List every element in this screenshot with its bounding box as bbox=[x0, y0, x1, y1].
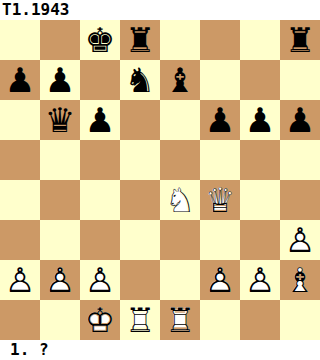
piece-white-pawn: ♙ bbox=[280, 220, 320, 260]
piece-black-knight: ♞ bbox=[120, 60, 160, 100]
square-d3[interactable] bbox=[120, 220, 160, 260]
square-h6[interactable]: ♟ bbox=[280, 100, 320, 140]
piece-white-pawn: ♙ bbox=[80, 260, 120, 300]
square-e5[interactable] bbox=[160, 140, 200, 180]
square-a1[interactable] bbox=[0, 300, 40, 340]
square-h2[interactable]: ♝♗ bbox=[280, 260, 320, 300]
square-c8[interactable]: ♚ bbox=[80, 20, 120, 60]
square-c1[interactable]: ♚♔ bbox=[80, 300, 120, 340]
square-h8[interactable]: ♜ bbox=[280, 20, 320, 60]
square-c4[interactable] bbox=[80, 180, 120, 220]
square-a4[interactable] bbox=[0, 180, 40, 220]
piece-black-rook: ♜ bbox=[120, 20, 160, 60]
square-g1[interactable] bbox=[240, 300, 280, 340]
square-c7[interactable] bbox=[80, 60, 120, 100]
square-h1[interactable] bbox=[280, 300, 320, 340]
square-d2[interactable] bbox=[120, 260, 160, 300]
square-e7[interactable]: ♝ bbox=[160, 60, 200, 100]
square-a6[interactable] bbox=[0, 100, 40, 140]
piece-white-pawn: ♙ bbox=[240, 260, 280, 300]
piece-white-queen: ♕ bbox=[200, 180, 240, 220]
square-e1[interactable]: ♜♖ bbox=[160, 300, 200, 340]
square-c2[interactable]: ♟♙ bbox=[80, 260, 120, 300]
piece-black-pawn: ♟ bbox=[240, 100, 280, 140]
square-c3[interactable] bbox=[80, 220, 120, 260]
piece-black-queen: ♛ bbox=[40, 100, 80, 140]
square-f1[interactable] bbox=[200, 300, 240, 340]
square-e2[interactable] bbox=[160, 260, 200, 300]
square-a3[interactable] bbox=[0, 220, 40, 260]
piece-black-pawn: ♟ bbox=[80, 100, 120, 140]
piece-black-pawn: ♟ bbox=[40, 60, 80, 100]
square-f4[interactable]: ♛♕ bbox=[200, 180, 240, 220]
square-e4[interactable]: ♞♘ bbox=[160, 180, 200, 220]
piece-black-pawn: ♟ bbox=[0, 60, 40, 100]
square-h4[interactable] bbox=[280, 180, 320, 220]
square-b8[interactable] bbox=[40, 20, 80, 60]
diagram-title: T1.1943 bbox=[0, 0, 320, 20]
square-g4[interactable] bbox=[240, 180, 280, 220]
square-g7[interactable] bbox=[240, 60, 280, 100]
piece-white-pawn: ♙ bbox=[40, 260, 80, 300]
chess-board: ♚♜♜♟♟♞♝♛♟♟♟♟♞♘♛♕♟♙♟♙♟♙♟♙♟♙♟♙♝♗♚♔♜♖♜♖ bbox=[0, 20, 320, 340]
square-c5[interactable] bbox=[80, 140, 120, 180]
square-g3[interactable] bbox=[240, 220, 280, 260]
piece-white-bishop: ♗ bbox=[280, 260, 320, 300]
square-a8[interactable] bbox=[0, 20, 40, 60]
square-d5[interactable] bbox=[120, 140, 160, 180]
piece-black-bishop: ♝ bbox=[160, 60, 200, 100]
square-a7[interactable]: ♟ bbox=[0, 60, 40, 100]
square-h7[interactable] bbox=[280, 60, 320, 100]
square-a5[interactable] bbox=[0, 140, 40, 180]
square-c6[interactable]: ♟ bbox=[80, 100, 120, 140]
square-f7[interactable] bbox=[200, 60, 240, 100]
square-f2[interactable]: ♟♙ bbox=[200, 260, 240, 300]
square-d7[interactable]: ♞ bbox=[120, 60, 160, 100]
square-b3[interactable] bbox=[40, 220, 80, 260]
square-b2[interactable]: ♟♙ bbox=[40, 260, 80, 300]
piece-white-king: ♔ bbox=[80, 300, 120, 340]
square-b4[interactable] bbox=[40, 180, 80, 220]
square-f8[interactable] bbox=[200, 20, 240, 60]
chess-diagram: T1.1943 ♚♜♜♟♟♞♝♛♟♟♟♟♞♘♛♕♟♙♟♙♟♙♟♙♟♙♟♙♝♗♚♔… bbox=[0, 0, 320, 360]
piece-white-pawn: ♙ bbox=[0, 260, 40, 300]
square-d6[interactable] bbox=[120, 100, 160, 140]
square-d4[interactable] bbox=[120, 180, 160, 220]
square-e6[interactable] bbox=[160, 100, 200, 140]
piece-black-pawn: ♟ bbox=[280, 100, 320, 140]
square-h5[interactable] bbox=[280, 140, 320, 180]
square-h3[interactable]: ♟♙ bbox=[280, 220, 320, 260]
piece-black-rook: ♜ bbox=[280, 20, 320, 60]
square-b6[interactable]: ♛ bbox=[40, 100, 80, 140]
piece-white-knight: ♘ bbox=[160, 180, 200, 220]
square-b7[interactable]: ♟ bbox=[40, 60, 80, 100]
square-f3[interactable] bbox=[200, 220, 240, 260]
square-d1[interactable]: ♜♖ bbox=[120, 300, 160, 340]
square-f6[interactable]: ♟ bbox=[200, 100, 240, 140]
square-e3[interactable] bbox=[160, 220, 200, 260]
square-g5[interactable] bbox=[240, 140, 280, 180]
square-g6[interactable]: ♟ bbox=[240, 100, 280, 140]
piece-white-pawn: ♙ bbox=[200, 260, 240, 300]
square-d8[interactable]: ♜ bbox=[120, 20, 160, 60]
move-prompt: 1. ? bbox=[0, 340, 320, 360]
square-g8[interactable] bbox=[240, 20, 280, 60]
piece-black-king: ♚ bbox=[80, 20, 120, 60]
square-b1[interactable] bbox=[40, 300, 80, 340]
piece-white-rook: ♖ bbox=[160, 300, 200, 340]
square-e8[interactable] bbox=[160, 20, 200, 60]
square-b5[interactable] bbox=[40, 140, 80, 180]
piece-white-rook: ♖ bbox=[120, 300, 160, 340]
square-a2[interactable]: ♟♙ bbox=[0, 260, 40, 300]
square-f5[interactable] bbox=[200, 140, 240, 180]
square-g2[interactable]: ♟♙ bbox=[240, 260, 280, 300]
piece-black-pawn: ♟ bbox=[200, 100, 240, 140]
